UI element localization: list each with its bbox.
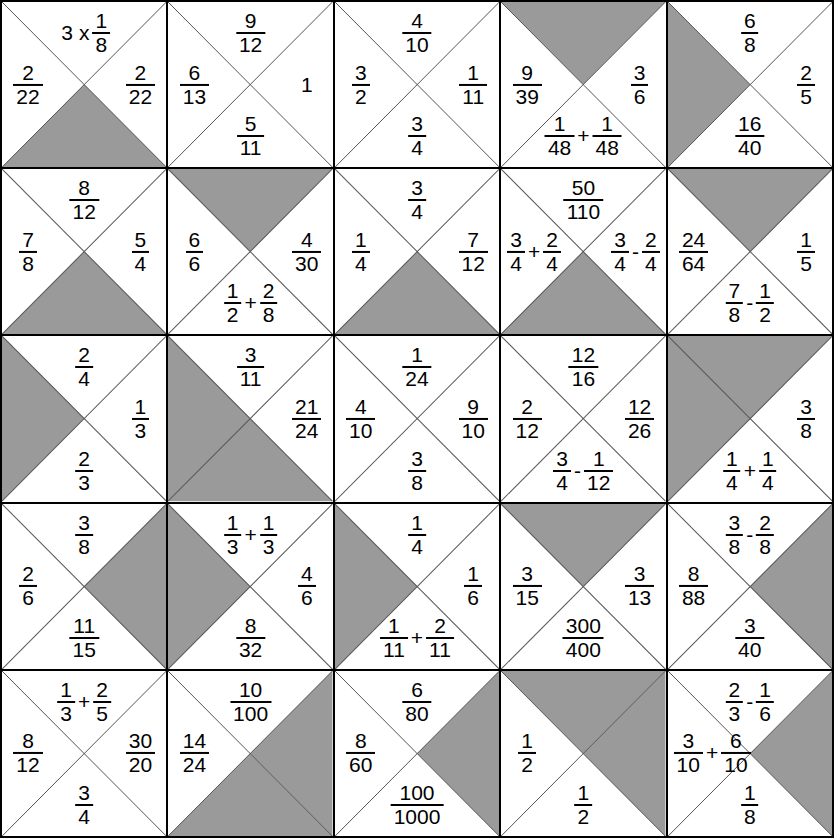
triangle-bottom-content: 38 <box>408 448 426 494</box>
operator: - <box>746 691 753 713</box>
fraction: 18 <box>741 782 759 828</box>
fraction: 111 <box>459 62 487 108</box>
triangle-top-content: 124 <box>402 344 431 390</box>
triangle-right-content: 46 <box>287 563 327 609</box>
fraction: 340 <box>735 615 764 661</box>
fraction: 13 <box>132 396 150 442</box>
triangle-right-content: 15 <box>786 229 826 275</box>
fraction: 34 <box>611 229 629 275</box>
cell-r3c4: 1216212122634-112 <box>501 336 665 501</box>
cell-r2c4: 5011034+2434-24 <box>501 169 665 334</box>
triangle-right-content: 34-24 <box>611 229 659 275</box>
fraction: 38 <box>408 448 426 494</box>
triangle-bottom-content: 12 <box>575 782 593 828</box>
fraction: 16 <box>756 679 774 725</box>
shaded-triangle-left <box>2 336 84 501</box>
fraction: 12 <box>575 782 593 828</box>
triangle-top-content: 1216 <box>569 344 598 390</box>
fraction: 38 <box>75 512 93 558</box>
triangle-left-content: 212 <box>507 396 547 442</box>
cell-r5c5: 23-16310+61018 <box>668 671 832 836</box>
fraction: 12 <box>224 280 242 326</box>
triangle-right-content: 54 <box>120 229 160 275</box>
fraction: 1115 <box>70 615 99 661</box>
triangle-bottom-content: 34-112 <box>553 448 613 494</box>
triangle-right-content: 36 <box>620 62 660 108</box>
triangle-right-content: 25 <box>786 62 826 108</box>
fraction: 1001000 <box>391 782 444 828</box>
triangle-top-content: 912 <box>236 10 265 56</box>
fraction: 311 <box>237 344 265 390</box>
triangle-bottom-content: 111+211 <box>380 615 454 661</box>
fraction: 23 <box>726 679 744 725</box>
triangle-bottom-content: 1640 <box>735 113 764 159</box>
operator: - <box>574 460 581 482</box>
puzzle-board-grid: 3x182222229126131511410321113493936148+1… <box>2 2 832 836</box>
cell-r1c4: 93936148+148 <box>501 2 665 167</box>
triangle-top-content: 13+13 <box>224 512 278 558</box>
fraction: 38 <box>797 396 815 442</box>
fraction: 16 <box>464 563 482 609</box>
fraction: 1424 <box>180 730 209 776</box>
fraction: 124 <box>402 344 431 390</box>
cell-r4c3: 1416111+211 <box>335 504 499 669</box>
operator: - <box>632 241 639 263</box>
fraction: 148 <box>593 113 622 159</box>
triangle-left-content: 939 <box>507 62 547 108</box>
fraction: 68 <box>741 10 759 56</box>
triangle-right-content: 430 <box>287 229 327 275</box>
fraction: 28 <box>260 280 278 326</box>
triangle-bottom-content: 18 <box>741 782 759 828</box>
triangle-bottom-content: 14+14 <box>723 448 777 494</box>
fraction: 222 <box>13 62 42 108</box>
fraction: 410 <box>346 396 375 442</box>
triangle-right-content: 2124 <box>287 396 327 442</box>
cell-r5c3: 6808601001000 <box>335 671 499 836</box>
triangle-bottom-content: 1115 <box>70 615 99 661</box>
fraction: 812 <box>13 730 42 776</box>
cell-r5c4: 1212 <box>501 671 665 836</box>
triangle-right-content: 3020 <box>120 730 160 776</box>
fraction: 50110 <box>564 177 603 223</box>
operator: + <box>744 460 756 482</box>
triangle-top-content: 410 <box>402 10 431 56</box>
triangle-left-content: 66 <box>174 229 214 275</box>
cell-r4c5: 38-28888340 <box>668 504 832 669</box>
fraction: 38 <box>726 512 744 558</box>
triangle-right-content: 1226 <box>620 396 660 442</box>
triangle-right-content: 38 <box>786 396 826 442</box>
triangle-bottom-content: 23 <box>75 448 93 494</box>
fraction: 12 <box>756 280 774 326</box>
triangle-left-content: 860 <box>341 730 381 776</box>
operator: + <box>528 241 540 263</box>
fraction: 34 <box>75 782 93 828</box>
fraction: 14 <box>723 448 741 494</box>
operator: + <box>577 125 589 147</box>
cell-r5c2: 101001424 <box>168 671 332 836</box>
cell-r2c2: 6643012+28 <box>168 169 332 334</box>
fraction: 300400 <box>563 615 604 661</box>
triangle-right-content: 222 <box>120 62 160 108</box>
triangle-right-content: 910 <box>453 396 493 442</box>
triangle-top-content: 23-16 <box>726 679 774 725</box>
fraction: 13 <box>57 679 75 725</box>
triangle-left-content: 12 <box>507 730 547 776</box>
fraction: 315 <box>513 563 542 609</box>
fraction: 24 <box>75 344 93 390</box>
fraction: 939 <box>513 62 542 108</box>
triangle-right-content: 712 <box>453 229 493 275</box>
triangle-top-content: 68 <box>741 10 759 56</box>
cell-r5c1: 13+25812302034 <box>2 671 166 836</box>
triangle-bottom-content: 832 <box>236 615 265 661</box>
fraction: 24 <box>543 229 561 275</box>
cell-r4c4: 315313300400 <box>501 504 665 669</box>
triangle-bottom-content: 340 <box>735 615 764 661</box>
triangle-left-content: 410 <box>341 396 381 442</box>
fraction: 34 <box>507 229 525 275</box>
cell-r3c1: 241323 <box>2 336 166 501</box>
fraction: 28 <box>756 512 774 558</box>
fraction: 1640 <box>735 113 764 159</box>
fraction-worksheet: 3x182222229126131511410321113493936148+1… <box>0 0 834 838</box>
triangle-left-content: 1424 <box>174 730 214 776</box>
number-text: 3 <box>61 22 73 44</box>
triangle-left-content: 34+24 <box>507 229 561 275</box>
fraction: 32 <box>352 62 370 108</box>
fraction: 712 <box>459 229 488 275</box>
cell-r3c5: 3814+14 <box>668 336 832 501</box>
fraction: 36 <box>631 62 649 108</box>
triangle-bottom-content: 34 <box>408 113 426 159</box>
fraction: 25 <box>797 62 815 108</box>
fraction: 888 <box>679 563 708 609</box>
triangle-top-content: 3x18 <box>58 10 110 56</box>
fraction: 26 <box>19 563 37 609</box>
cell-r1c5: 68251640 <box>668 2 832 167</box>
operator: + <box>244 524 256 546</box>
fraction: 13 <box>260 512 278 558</box>
number-text: 1 <box>301 74 313 96</box>
fraction: 14 <box>759 448 777 494</box>
triangle-bottom-content: 1001000 <box>391 782 444 828</box>
fraction: 15 <box>797 229 815 275</box>
fraction: 111 <box>380 615 408 661</box>
fraction: 12 <box>518 730 536 776</box>
triangle-bottom-content: 12+28 <box>224 280 278 326</box>
operator: + <box>411 627 423 649</box>
triangle-left-content: 2464 <box>674 229 714 275</box>
fraction: 222 <box>126 62 155 108</box>
fraction: 23 <box>75 448 93 494</box>
triangle-right-content: 1 <box>287 74 327 96</box>
fraction: 910 <box>459 396 488 442</box>
fraction: 46 <box>298 563 316 609</box>
fraction: 1216 <box>569 344 598 390</box>
fraction: 112 <box>584 448 613 494</box>
fraction: 610 <box>721 730 750 776</box>
fraction: 613 <box>180 62 209 108</box>
cell-r1c3: 4103211134 <box>335 2 499 167</box>
fraction: 34 <box>408 113 426 159</box>
operator: x <box>79 22 90 44</box>
triangle-bottom-content: 300400 <box>563 615 604 661</box>
triangle-bottom-content: 511 <box>237 113 265 159</box>
operator: - <box>746 524 753 546</box>
fraction: 78 <box>726 280 744 326</box>
operator: - <box>746 292 753 314</box>
triangle-top-content: 50110 <box>564 177 603 223</box>
triangle-top-content: 680 <box>402 679 431 725</box>
fraction: 148 <box>545 113 574 159</box>
operator: + <box>706 742 718 764</box>
fraction: 410 <box>402 10 431 56</box>
fraction: 212 <box>513 396 542 442</box>
triangle-top-content: 38 <box>75 512 93 558</box>
fraction: 211 <box>426 615 454 661</box>
fraction: 2464 <box>679 229 708 275</box>
triangle-left-content: 812 <box>8 730 48 776</box>
triangle-left-content: 613 <box>174 62 214 108</box>
fraction: 680 <box>402 679 431 725</box>
operator: + <box>78 691 90 713</box>
fraction: 34 <box>408 177 426 223</box>
triangle-top-content: 311 <box>237 344 265 390</box>
fraction: 34 <box>553 448 571 494</box>
fraction: 430 <box>292 229 321 275</box>
triangle-left-content: 32 <box>341 62 381 108</box>
cell-r1c1: 3x18222222 <box>2 2 166 167</box>
fraction: 14 <box>408 512 426 558</box>
fraction: 10100 <box>230 679 271 725</box>
triangle-top-content: 34 <box>408 177 426 223</box>
triangle-bottom-content: 148+148 <box>545 113 622 159</box>
fraction: 860 <box>346 730 375 776</box>
triangle-top-content: 14 <box>408 512 426 558</box>
triangle-top-content: 812 <box>70 177 99 223</box>
cell-r4c1: 38261115 <box>2 504 166 669</box>
triangle-top-content: 10100 <box>230 679 271 725</box>
triangle-bottom-content: 34 <box>75 782 93 828</box>
triangle-top-content: 13+25 <box>57 679 111 725</box>
fraction: 1226 <box>625 396 654 442</box>
fraction: 2124 <box>292 396 321 442</box>
cell-r2c5: 24641578-12 <box>668 169 832 334</box>
operator: + <box>244 292 256 314</box>
fraction: 812 <box>70 177 99 223</box>
cell-r4c2: 13+1346832 <box>168 504 332 669</box>
triangle-left-content: 26 <box>8 563 48 609</box>
fraction: 912 <box>236 10 265 56</box>
triangle-bottom-content: 78-12 <box>726 280 774 326</box>
fraction: 313 <box>625 563 654 609</box>
triangle-left-content: 14 <box>341 229 381 275</box>
fraction: 511 <box>237 113 265 159</box>
triangle-left-content: 310+610 <box>674 730 751 776</box>
triangle-left-content: 222 <box>8 62 48 108</box>
fraction: 24 <box>642 229 660 275</box>
triangle-left-content: 78 <box>8 229 48 275</box>
cell-r2c3: 3414712 <box>335 169 499 334</box>
triangle-right-content: 111 <box>453 62 493 108</box>
triangle-top-content: 38-28 <box>726 512 774 558</box>
fraction: 66 <box>186 229 204 275</box>
fraction: 832 <box>236 615 265 661</box>
triangle-right-content: 16 <box>453 563 493 609</box>
fraction: 54 <box>132 229 150 275</box>
fraction: 78 <box>19 229 37 275</box>
fraction: 14 <box>352 229 370 275</box>
cell-r3c2: 3112124 <box>168 336 332 501</box>
fraction: 25 <box>93 679 111 725</box>
fraction: 3020 <box>126 730 155 776</box>
triangle-right-content: 13 <box>120 396 160 442</box>
fraction: 13 <box>224 512 242 558</box>
fraction: 310 <box>674 730 703 776</box>
triangle-left-content: 315 <box>507 563 547 609</box>
triangle-left-content: 888 <box>674 563 714 609</box>
cell-r1c2: 9126131511 <box>168 2 332 167</box>
fraction: 18 <box>92 10 110 56</box>
triangle-top-content: 24 <box>75 344 93 390</box>
cell-r3c3: 12441091038 <box>335 336 499 501</box>
triangle-right-content: 313 <box>620 563 660 609</box>
cell-r2c1: 8127854 <box>2 169 166 334</box>
